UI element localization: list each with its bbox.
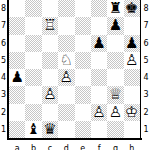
square-a1: [9, 121, 25, 138]
square-c4: [42, 69, 58, 86]
square-a8: [9, 0, 25, 17]
square-h1: [124, 121, 140, 138]
rank-label-1: 1: [143, 121, 150, 138]
square-g5: [107, 52, 123, 69]
square-e4: [75, 69, 91, 86]
rank-label-4: 4: [0, 69, 7, 86]
square-e1: [75, 121, 91, 138]
square-c1: ♛: [42, 121, 58, 138]
file-label-a: a: [9, 145, 25, 150]
white-pawn-icon: ♟♙: [60, 70, 73, 85]
white-king-icon: ♚♔: [125, 105, 138, 120]
square-c6: [42, 35, 58, 52]
square-h4: [124, 69, 140, 86]
file-label-d: d: [58, 145, 74, 150]
file-label-b: b: [25, 145, 41, 150]
square-f7: [91, 17, 107, 34]
square-c5: [42, 52, 58, 69]
rank-label-3: 3: [0, 86, 7, 103]
square-h8: ♚: [124, 0, 140, 17]
square-a4: ♟: [9, 69, 25, 86]
square-g1: [107, 121, 123, 138]
square-a6: [9, 35, 25, 52]
square-g7: ♟: [107, 17, 123, 34]
square-d5: ♞♘: [58, 52, 74, 69]
square-d7: [58, 17, 74, 34]
rank-label-8: 8: [0, 0, 7, 17]
black-pawn-icon: ♟: [10, 70, 23, 85]
square-d2: [58, 104, 74, 121]
rank-label-1: 1: [0, 121, 7, 138]
rank-label-2: 2: [143, 104, 150, 121]
white-queen-icon: ♛♕: [109, 87, 122, 102]
rank-labels-left: 87654321: [0, 0, 7, 138]
black-queen-icon: ♛: [43, 122, 56, 137]
square-g3: ♛♕: [107, 86, 123, 103]
square-f5: [91, 52, 107, 69]
square-a7: [9, 17, 25, 34]
chess-diagram: 87654321 ♜♚♜♖♟♟♟♞♘♟♙♟♟♙♟♙♛♕♟♙♟♙♚♔♝♛ 8765…: [0, 0, 150, 150]
square-e3: [75, 86, 91, 103]
square-e8: [75, 0, 91, 17]
rank-label-2: 2: [0, 104, 7, 121]
square-b4: [25, 69, 41, 86]
square-h7: [124, 17, 140, 34]
square-a2: [9, 104, 25, 121]
white-pawn-icon: ♟♙: [92, 105, 105, 120]
square-a5: [9, 52, 25, 69]
square-f8: [91, 0, 107, 17]
square-b6: [25, 35, 41, 52]
square-c3: ♟♙: [42, 86, 58, 103]
square-d6: [58, 35, 74, 52]
file-label-c: c: [42, 145, 58, 150]
rank-label-8: 8: [143, 0, 150, 17]
square-f1: [91, 121, 107, 138]
square-d8: [58, 0, 74, 17]
chess-board: ♜♚♜♖♟♟♟♞♘♟♙♟♟♙♟♙♛♕♟♙♟♙♚♔♝♛: [9, 0, 140, 138]
file-label-g: g: [107, 145, 123, 150]
square-h2: ♚♔: [124, 104, 140, 121]
white-knight-icon: ♞♘: [60, 53, 73, 68]
square-d3: [58, 86, 74, 103]
square-h3: [124, 86, 140, 103]
square-a3: [9, 86, 25, 103]
rank-label-6: 6: [143, 35, 150, 52]
square-f2: ♟♙: [91, 104, 107, 121]
square-c2: [42, 104, 58, 121]
square-f6: ♟: [91, 35, 107, 52]
file-label-f: f: [91, 145, 107, 150]
square-d4: ♟♙: [58, 69, 74, 86]
square-b7: [25, 17, 41, 34]
square-g2: ♟♙: [107, 104, 123, 121]
square-b5: [25, 52, 41, 69]
square-e7: [75, 17, 91, 34]
square-g4: [107, 69, 123, 86]
rank-label-4: 4: [143, 69, 150, 86]
square-f4: [91, 69, 107, 86]
black-pawn-icon: ♟: [109, 18, 122, 33]
rank-label-3: 3: [143, 86, 150, 103]
board-border-bottom: [7, 138, 142, 140]
rank-label-7: 7: [0, 17, 7, 34]
rank-label-6: 6: [0, 35, 7, 52]
file-label-e: e: [75, 145, 91, 150]
square-f3: [91, 86, 107, 103]
white-rook-icon: ♜♖: [43, 18, 56, 33]
black-king-icon: ♚: [125, 1, 138, 16]
rank-label-5: 5: [0, 52, 7, 69]
black-rook-icon: ♜: [109, 1, 122, 16]
white-pawn-icon: ♟♙: [125, 53, 138, 68]
file-label-h: h: [124, 145, 140, 150]
square-g8: ♜: [107, 0, 123, 17]
rank-label-5: 5: [143, 52, 150, 69]
black-pawn-icon: ♟: [125, 36, 138, 51]
square-h5: ♟♙: [124, 52, 140, 69]
white-pawn-icon: ♟♙: [109, 105, 122, 120]
square-c8: [42, 0, 58, 17]
square-e2: [75, 104, 91, 121]
rank-labels-right: 87654321: [143, 0, 150, 138]
square-e6: [75, 35, 91, 52]
rank-label-7: 7: [143, 17, 150, 34]
square-g6: [107, 35, 123, 52]
square-d1: [58, 121, 74, 138]
file-labels: abcdefgh: [9, 145, 140, 150]
white-pawn-icon: ♟♙: [43, 87, 56, 102]
square-b1: ♝: [25, 121, 41, 138]
square-b8: [25, 0, 41, 17]
square-b2: [25, 104, 41, 121]
square-h6: ♟: [124, 35, 140, 52]
black-bishop-icon: ♝: [27, 122, 40, 137]
board-border-right: [140, 0, 142, 139]
square-e5: [75, 52, 91, 69]
black-pawn-icon: ♟: [92, 36, 105, 51]
square-b3: [25, 86, 41, 103]
square-c7: ♜♖: [42, 17, 58, 34]
